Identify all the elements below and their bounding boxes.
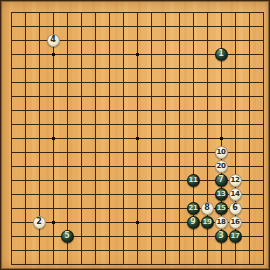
board-cell-Q9: 10 <box>214 145 228 159</box>
star-point <box>46 215 60 229</box>
board-cell-E3: 5 <box>60 229 74 243</box>
stone-white-2: 2 <box>33 216 46 229</box>
stone-white-8: 8 <box>201 202 214 215</box>
board-grid[interactable]: 123456789101112131415161718192021 <box>4 5 270 270</box>
stone-black-21: 21 <box>187 202 200 215</box>
stone-black-7: 7 <box>215 174 228 187</box>
board-cell-D17: 4 <box>46 33 60 47</box>
board-cell-Q7: 7 <box>214 173 228 187</box>
stone-white-16: 16 <box>229 216 242 229</box>
star-point-dot <box>136 137 139 140</box>
stone-white-12: 12 <box>229 174 242 187</box>
board-cell-Q4: 18 <box>214 215 228 229</box>
board-cell-Q8: 20 <box>214 159 228 173</box>
star-point-dot <box>136 53 139 56</box>
stone-white-14: 14 <box>229 188 242 201</box>
board-cell-Q5: 15 <box>214 201 228 215</box>
star-point-dot <box>136 221 139 224</box>
board-cell-R6: 14 <box>228 187 242 201</box>
star-point-dot <box>52 137 55 140</box>
stone-white-4: 4 <box>47 34 60 47</box>
stone-black-13: 13 <box>215 188 228 201</box>
star-point <box>46 131 60 145</box>
stone-white-10: 10 <box>215 146 228 159</box>
stone-white-6: 6 <box>229 202 242 215</box>
stone-white-20: 20 <box>215 160 228 173</box>
stone-black-3: 3 <box>215 230 228 243</box>
board-cell-C4: 2 <box>32 215 46 229</box>
star-point-dot <box>52 221 55 224</box>
go-board: 123456789101112131415161718192021 <box>0 0 270 270</box>
board-cell-R3: 17 <box>228 229 242 243</box>
stone-black-19: 19 <box>201 216 214 229</box>
board-cell-P4: 19 <box>200 215 214 229</box>
stone-black-1: 1 <box>215 48 228 61</box>
stone-black-9: 9 <box>187 216 200 229</box>
board-cell-O7: 11 <box>186 173 200 187</box>
board-cell-O4: 9 <box>186 215 200 229</box>
star-point <box>214 131 228 145</box>
board-cell-R4: 16 <box>228 215 242 229</box>
board-cell-P5: 8 <box>200 201 214 215</box>
star-point <box>130 215 144 229</box>
stone-black-5: 5 <box>61 230 74 243</box>
stone-black-11: 11 <box>187 174 200 187</box>
board-cell-Q16: 1 <box>214 47 228 61</box>
star-point <box>46 47 60 61</box>
board-cell-Q6: 13 <box>214 187 228 201</box>
star-point <box>130 47 144 61</box>
board-cell-Q3: 3 <box>214 229 228 243</box>
stone-white-18: 18 <box>215 216 228 229</box>
star-point <box>130 131 144 145</box>
stone-black-15: 15 <box>215 202 228 215</box>
star-point-dot <box>220 137 223 140</box>
star-point-dot <box>52 53 55 56</box>
board-cell-O5: 21 <box>186 201 200 215</box>
stone-black-17: 17 <box>229 230 242 243</box>
board-cell-R5: 6 <box>228 201 242 215</box>
board-cell-R7: 12 <box>228 173 242 187</box>
